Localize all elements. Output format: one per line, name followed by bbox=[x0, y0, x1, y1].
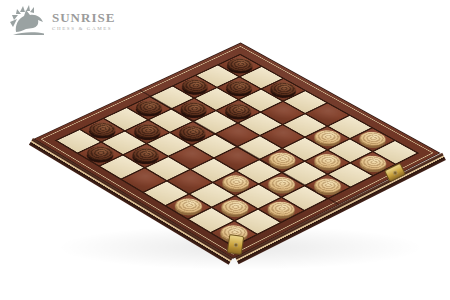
light-checker-r1c5[interactable] bbox=[309, 128, 346, 147]
dark-checker-r4c2[interactable] bbox=[174, 123, 211, 142]
dark-checker-r4c0[interactable] bbox=[131, 98, 167, 117]
dark-checker-r3c1[interactable] bbox=[176, 100, 212, 119]
light-checker-r0c6[interactable] bbox=[354, 129, 391, 148]
light-checker-r3c5[interactable] bbox=[264, 150, 301, 170]
pieces-layer bbox=[33, 43, 440, 259]
dark-checker-r0c2[interactable] bbox=[265, 80, 301, 99]
board-area bbox=[0, 0, 450, 300]
brass-clasp-front bbox=[227, 234, 244, 255]
dark-checker-r2c0[interactable] bbox=[177, 77, 213, 96]
light-checker-r2c6[interactable] bbox=[309, 151, 346, 171]
dark-checker-r6c0[interactable] bbox=[84, 120, 121, 139]
product-photo-stage: SUNRISE CHESS & GAMES bbox=[0, 0, 450, 300]
dark-checker-r0c0[interactable] bbox=[222, 56, 258, 74]
dark-checker-r7c1[interactable] bbox=[82, 144, 119, 164]
checkers-board bbox=[33, 43, 440, 259]
dark-checker-r2c2[interactable] bbox=[220, 101, 256, 120]
light-checker-r6c6[interactable] bbox=[216, 197, 254, 217]
light-checker-r5c5[interactable] bbox=[217, 172, 254, 192]
light-checker-r3c7[interactable] bbox=[309, 176, 346, 196]
light-checker-r7c5[interactable] bbox=[170, 196, 208, 216]
light-checker-r4c6[interactable] bbox=[263, 174, 300, 194]
light-checker-r5c7[interactable] bbox=[262, 199, 300, 219]
dark-checker-r6c2[interactable] bbox=[127, 145, 164, 165]
dark-checker-r5c1[interactable] bbox=[129, 121, 166, 140]
dark-checker-r1c1[interactable] bbox=[221, 78, 257, 97]
